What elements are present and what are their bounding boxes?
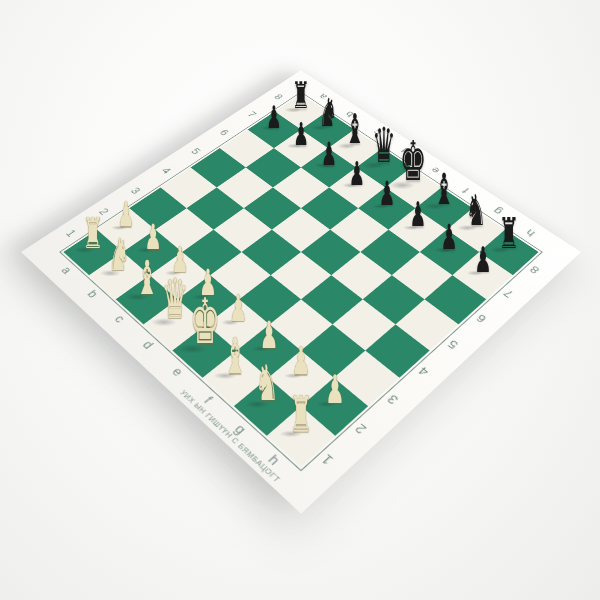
file-label-bottom-f: f [202,394,216,405]
file-label-top-e: e [429,166,442,176]
file-label-bottom-g: g [233,421,250,435]
rank-label-right-5: 5 [446,338,461,351]
rank-label-left-6: 6 [218,128,231,137]
photo-background: УИХ ЫН ГИШҮҮН С БЯМБАЦОГТ aabbccddeeffgg… [0,0,600,600]
rank-label-left-1: 1 [64,228,79,239]
rank-label-right-7: 7 [502,288,516,300]
rank-label-left-7: 7 [246,110,259,119]
rank-label-left-2: 2 [97,206,111,216]
rank-label-right-4: 4 [416,365,431,378]
rank-label-left-3: 3 [129,185,143,195]
file-label-top-b: b [343,110,356,119]
chess-board [63,94,538,467]
rank-label-right-3: 3 [385,392,401,406]
rank-label-left-5: 5 [189,146,202,155]
file-label-top-d: d [399,146,412,155]
rank-label-right-8: 8 [528,264,542,275]
file-label-bottom-d: d [141,338,157,351]
file-label-top-f: f [461,186,471,194]
file-label-top-g: g [491,206,504,216]
file-label-bottom-b: b [85,288,100,300]
file-label-bottom-a: a [60,264,75,275]
rank-label-left-8: 8 [273,92,285,100]
rank-label-right-6: 6 [474,312,489,324]
rank-label-right-1: 1 [319,452,336,467]
vinyl-mat: УИХ ЫН ГИШҮҮН С БЯМБАЦОГТ aabbccddeeffgg… [21,70,581,513]
rank-label-left-4: 4 [160,166,174,176]
file-label-top-c: c [371,128,383,137]
rank-label-right-2: 2 [353,421,369,435]
file-label-bottom-c: c [113,312,128,324]
file-label-top-h: h [524,228,537,239]
file-label-bottom-e: e [170,365,186,378]
file-label-bottom-h: h [266,452,283,467]
file-label-top-a: a [317,92,329,100]
